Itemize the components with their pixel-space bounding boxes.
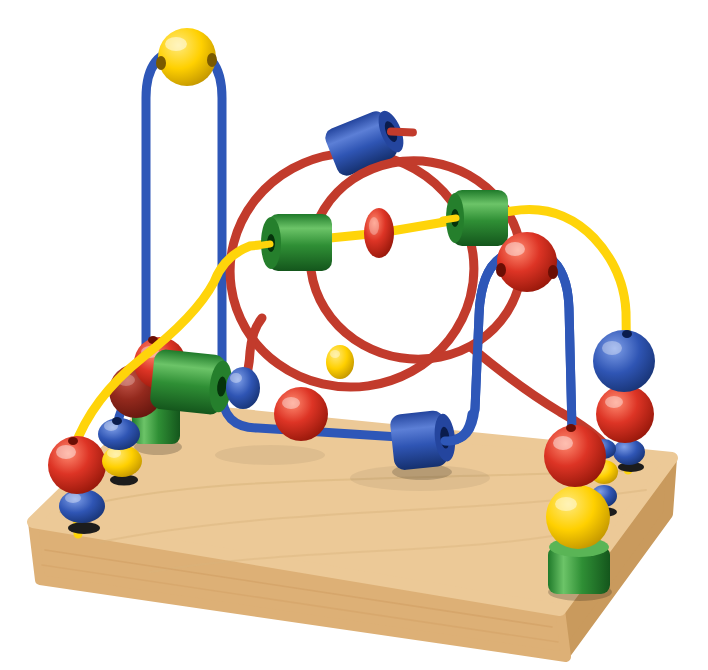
bead-maze-photo	[0, 0, 708, 670]
soft-shadow	[215, 445, 325, 465]
bead-small-yellow-center	[326, 345, 354, 379]
bead-green-cylinder-1	[256, 214, 332, 271]
bead-red-on-yellow	[364, 208, 394, 258]
stack-front-right	[544, 424, 612, 601]
bead-green-cylinder-2	[443, 190, 508, 246]
bead-maze-scene	[0, 0, 708, 670]
